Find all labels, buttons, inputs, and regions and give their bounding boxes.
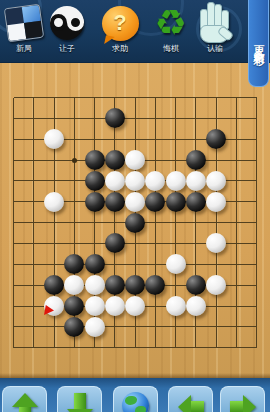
black-stone[interactable] — [44, 275, 64, 295]
black-stone[interactable] — [186, 192, 206, 212]
bottom-toolbar — [0, 378, 270, 412]
white-stone[interactable] — [206, 233, 226, 253]
handicap-label: 让子 — [44, 44, 90, 54]
prev-move-button[interactable] — [168, 386, 213, 412]
black-stone[interactable] — [105, 233, 125, 253]
grid-line — [155, 98, 156, 348]
globe-icon — [122, 392, 149, 412]
white-stone[interactable] — [206, 192, 226, 212]
question-bubble-icon: ? — [102, 6, 139, 41]
black-stone[interactable] — [105, 108, 125, 128]
black-stone[interactable] — [145, 192, 165, 212]
down-arrow-icon — [67, 393, 93, 412]
help-label: 求助 — [97, 44, 143, 54]
white-stone[interactable] — [125, 192, 145, 212]
white-stone[interactable] — [186, 171, 206, 191]
black-stone[interactable] — [105, 150, 125, 170]
handicap-button[interactable]: 让子 — [44, 2, 90, 60]
grid-line — [14, 347, 257, 348]
black-stone[interactable] — [125, 213, 145, 233]
right-arrow-icon — [230, 393, 256, 412]
hand-icon — [198, 3, 232, 43]
white-stone[interactable] — [44, 192, 64, 212]
grid-line — [256, 98, 257, 348]
white-stone[interactable] — [105, 296, 125, 316]
white-stone[interactable] — [125, 171, 145, 191]
black-stone[interactable] — [105, 275, 125, 295]
white-stone[interactable] — [166, 254, 186, 274]
black-stone[interactable] — [64, 317, 84, 337]
black-stone[interactable] — [64, 296, 84, 316]
network-button[interactable] — [113, 386, 158, 412]
resign-label: 认输 — [192, 44, 238, 54]
go-app-screen: 新局 让子 ? 求助 ♻ 悔棋 认输 更多精彩 — [0, 0, 270, 412]
resign-button[interactable]: 认输 — [192, 2, 238, 60]
white-stone[interactable] — [206, 275, 226, 295]
left-arrow-icon — [178, 393, 204, 412]
black-stone[interactable] — [85, 171, 105, 191]
move-last-button[interactable] — [57, 386, 102, 412]
yinyang-icon — [50, 6, 84, 40]
white-stone[interactable] — [44, 296, 64, 316]
go-board[interactable] — [0, 62, 270, 378]
white-stone[interactable] — [85, 296, 105, 316]
black-stone[interactable] — [145, 275, 165, 295]
white-stone[interactable] — [64, 275, 84, 295]
banner-text: 更多精彩 — [251, 37, 266, 49]
move-first-button[interactable] — [2, 386, 47, 412]
new-game-label: 新局 — [1, 44, 47, 54]
black-stone[interactable] — [206, 129, 226, 149]
white-stone[interactable] — [186, 296, 206, 316]
more-content-banner[interactable]: 更多精彩 — [248, 0, 269, 87]
grid-line — [236, 98, 237, 348]
white-stone[interactable] — [206, 171, 226, 191]
help-button[interactable]: ? 求助 — [97, 2, 143, 60]
up-arrow-icon — [12, 393, 38, 412]
white-stone[interactable] — [125, 150, 145, 170]
last-move-marker — [44, 305, 54, 315]
new-game-button[interactable]: 新局 — [1, 2, 47, 60]
white-stone[interactable] — [105, 171, 125, 191]
black-stone[interactable] — [186, 275, 206, 295]
black-stone[interactable] — [85, 254, 105, 274]
white-stone[interactable] — [166, 171, 186, 191]
grid-line — [14, 326, 257, 327]
black-stone[interactable] — [85, 192, 105, 212]
black-stone[interactable] — [85, 150, 105, 170]
white-stone[interactable] — [125, 296, 145, 316]
undo-button[interactable]: ♻ 悔棋 — [148, 2, 194, 60]
undo-label: 悔棋 — [148, 44, 194, 54]
black-stone[interactable] — [105, 192, 125, 212]
top-toolbar: 新局 让子 ? 求助 ♻ 悔棋 认输 — [0, 0, 270, 63]
grid-line — [14, 264, 257, 265]
black-stone[interactable] — [125, 275, 145, 295]
undo-recycle-icon: ♻ — [155, 5, 187, 41]
white-stone[interactable] — [44, 129, 64, 149]
black-stone[interactable] — [64, 254, 84, 274]
star-point — [72, 158, 77, 163]
white-stone[interactable] — [166, 296, 186, 316]
new-game-board-icon — [4, 4, 44, 43]
white-stone[interactable] — [85, 317, 105, 337]
next-move-button[interactable] — [220, 386, 265, 412]
black-stone[interactable] — [166, 192, 186, 212]
white-stone[interactable] — [85, 275, 105, 295]
black-stone[interactable] — [186, 150, 206, 170]
white-stone[interactable] — [145, 171, 165, 191]
